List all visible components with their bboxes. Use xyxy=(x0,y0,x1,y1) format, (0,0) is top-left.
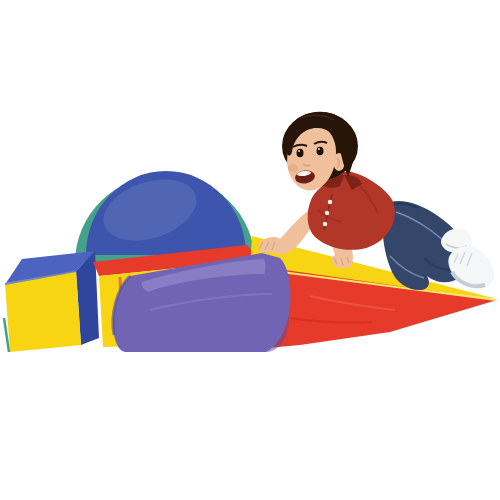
soft-play-scene xyxy=(0,0,500,500)
eye-right-glint xyxy=(318,148,320,150)
polo-button-3 xyxy=(323,222,327,226)
eye-left-glint xyxy=(298,150,300,152)
foam-cube xyxy=(4,251,99,352)
cheek-blush xyxy=(288,164,298,172)
eye-left xyxy=(297,149,304,157)
product-photo xyxy=(0,0,500,500)
eye-right xyxy=(317,147,324,155)
cube-front-face xyxy=(5,271,81,352)
polo-button-1 xyxy=(328,200,332,204)
polo-button-2 xyxy=(325,211,329,215)
